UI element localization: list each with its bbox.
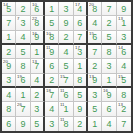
sudoku-cell-r5c5[interactable]: 5 [59, 59, 73, 73]
cell-value: 2 [49, 76, 54, 85]
sudoku-cell-r8c9[interactable]: 132 [117, 102, 131, 116]
cell-value: 7 [106, 5, 111, 14]
cell-value: 3 [34, 105, 39, 114]
sudoku-cell-r5c2[interactable]: 8 [16, 59, 30, 73]
cell-value: 9 [77, 105, 82, 114]
sudoku-cell-r4c3[interactable]: 1 [31, 45, 45, 59]
cage-sum-label: 22 [32, 16, 37, 20]
cage-sum-label: 10 [32, 2, 37, 6]
sudoku-cell-r3c3[interactable]: 169 [31, 31, 45, 45]
cage-sum-label: 11 [60, 88, 64, 92]
cell-value: 3 [63, 5, 68, 14]
sudoku-cell-r2c5[interactable]: 9 [59, 16, 73, 30]
sudoku-cell-r4c2[interactable]: 5 [16, 45, 30, 59]
cell-value: 2 [34, 91, 39, 100]
sudoku-cell-r8c8[interactable]: 6 [102, 102, 116, 116]
cell-value: 1 [49, 5, 54, 14]
cell-value: 8 [77, 76, 82, 85]
cage-sum-label: 17 [75, 45, 80, 49]
sudoku-cell-r3c4[interactable]: 108 [45, 31, 59, 45]
cell-value: 8 [34, 19, 39, 28]
sudoku-cell-r6c9[interactable]: 155 [117, 74, 131, 88]
cell-value: 9 [121, 5, 126, 14]
sudoku-cell-r1c4[interactable]: 1 [45, 2, 59, 16]
sudoku-cell-r2c1[interactable]: 7 [2, 16, 16, 30]
cage-sum-label: 14 [118, 45, 123, 49]
cell-value: 3 [92, 91, 97, 100]
cell-value: 2 [106, 19, 111, 28]
cell-value: 2 [121, 105, 126, 114]
cell-value: 1 [63, 105, 68, 114]
cell-value: 4 [49, 105, 54, 114]
sudoku-cell-r2c6[interactable]: 6 [74, 16, 88, 30]
sudoku-cell-r7c1[interactable]: 4 [2, 88, 16, 102]
sudoku-cell-r6c5[interactable]: 157 [59, 74, 73, 88]
cage-sum-label: 20 [3, 59, 8, 63]
sudoku-cell-r8c2[interactable]: 267 [16, 102, 30, 116]
sudoku-cell-r1c3[interactable]: 106 [31, 2, 45, 16]
sudoku-cell-r5c3[interactable]: 137 [31, 59, 45, 73]
cage-sum-label: 13 [89, 74, 94, 78]
cell-value: 5 [20, 48, 25, 57]
cell-value: 3 [49, 120, 54, 129]
sudoku-cell-r3c6[interactable]: 7 [74, 31, 88, 45]
sudoku-cell-r7c5[interactable]: 116 [59, 88, 73, 102]
cell-value: 3 [6, 76, 11, 85]
sudoku-cell-r8c3[interactable]: 3 [31, 102, 45, 116]
sudoku-cell-r4c4[interactable]: 119 [45, 45, 59, 59]
cell-value: 7 [77, 33, 82, 42]
sudoku-cell-r4c1[interactable]: 2 [2, 45, 16, 59]
cage-sum-label: 15 [118, 74, 123, 78]
sudoku-cell-r7c4[interactable]: 187 [45, 88, 59, 102]
sudoku-cell-r1c9[interactable]: 9 [117, 2, 131, 16]
sudoku-cell-r9c2[interactable]: 9 [16, 117, 30, 131]
cage-sum-label: 15 [60, 74, 65, 78]
sudoku-cell-r6c3[interactable]: 4 [31, 74, 45, 88]
sudoku-cell-r6c2[interactable]: 196 [16, 74, 30, 88]
sudoku-cell-r7c7[interactable]: 3 [88, 88, 102, 102]
cell-value: 4 [121, 62, 126, 71]
sudoku-cell-r2c4[interactable]: 5 [45, 16, 59, 30]
cell-value: 2 [63, 33, 68, 42]
cell-value: 9 [63, 19, 68, 28]
sudoku-cell-r9c1[interactable]: 6 [2, 117, 16, 131]
sudoku-cell-r6c6[interactable]: 8 [74, 74, 88, 88]
cage-sum-label: 16 [103, 88, 108, 92]
cell-value: 5 [34, 120, 39, 129]
cell-value: 7 [92, 48, 97, 57]
sudoku-cell-r7c2[interactable]: 1 [16, 88, 30, 102]
cell-value: 4 [106, 120, 111, 129]
sudoku-cell-r9c8[interactable]: 4 [102, 117, 116, 131]
cage-sum-label: 17 [75, 2, 80, 6]
sudoku-cell-r5c9[interactable]: 4 [117, 59, 131, 73]
sudoku-cell-r9c7[interactable]: 1 [88, 117, 102, 131]
cage-sum-label: 13 [32, 59, 37, 63]
cell-value: 6 [49, 62, 54, 71]
sudoku-cell-r1c7[interactable]: 208 [88, 2, 102, 16]
cell-value: 3 [121, 33, 126, 42]
cell-value: 5 [77, 91, 82, 100]
sudoku-cell-r3c5[interactable]: 2 [59, 31, 73, 45]
cell-value: 1 [6, 33, 11, 42]
sudoku-cell-r6c1[interactable]: 3 [2, 74, 16, 88]
cage-sum-label: 11 [60, 117, 64, 121]
cell-value: 8 [121, 91, 126, 100]
cell-value: 9 [20, 120, 25, 129]
cage-sum-label: 7 [17, 16, 19, 20]
cage-sum-label: 11 [60, 102, 64, 106]
sudoku-cell-r9c3[interactable]: 5 [31, 117, 45, 131]
cell-value: 5 [63, 62, 68, 71]
cage-sum-label: 20 [89, 2, 94, 6]
sudoku-cell-r4c5[interactable]: 4 [59, 45, 73, 59]
sudoku-cell-r2c9[interactable]: 131 [117, 16, 131, 30]
cell-value: 1 [106, 76, 111, 85]
sudoku-cell-r3c7[interactable]: 156 [88, 31, 102, 45]
sudoku-cell-r7c3[interactable]: 2 [31, 88, 45, 102]
sudoku-cell-r1c8[interactable]: 7 [102, 2, 116, 16]
sudoku-cell-r1c2[interactable]: 2 [16, 2, 30, 16]
cell-value: 2 [6, 48, 11, 57]
cell-value: 9 [6, 62, 11, 71]
cage-sum-label: 19 [17, 74, 22, 78]
cell-value: 1 [20, 91, 25, 100]
sudoku-cell-r5c8[interactable]: 3 [102, 59, 116, 73]
cage-sum-label: 14 [3, 2, 8, 6]
cell-value: 1 [92, 120, 97, 129]
sudoku-cell-r2c8[interactable]: 2 [102, 16, 116, 30]
cell-value: 4 [34, 76, 39, 85]
sudoku-cell-r8c5[interactable]: 111 [59, 102, 73, 116]
cell-value: 3 [106, 62, 111, 71]
sudoku-cell-r7c6[interactable]: 5 [74, 88, 88, 102]
cell-value: 4 [92, 19, 97, 28]
cage-sum-label: 16 [32, 31, 37, 35]
sudoku-cell-r5c6[interactable]: 1 [74, 59, 88, 73]
sudoku-cell-r1c5[interactable]: 3 [59, 2, 73, 16]
cage-sum-label: 11 [46, 45, 50, 49]
sudoku-cell-r9c5[interactable]: 118 [59, 117, 73, 131]
cage-sum-label: 10 [46, 31, 51, 35]
cell-value: 2 [92, 62, 97, 71]
sudoku-cell-r3c1[interactable]: 1 [2, 31, 16, 45]
cage-sum-label: 15 [89, 31, 94, 35]
cell-value: 3 [20, 19, 25, 28]
cell-value: 6 [6, 120, 11, 129]
sudoku-cell-r8c7[interactable]: 5 [88, 102, 102, 116]
cell-value: 7 [121, 120, 126, 129]
cell-value: 2 [20, 5, 25, 14]
sudoku-cell-r1c6[interactable]: 174 [74, 2, 88, 16]
sudoku-cell-r3c8[interactable]: 5 [102, 31, 116, 45]
cell-value: 7 [20, 105, 25, 114]
sudoku-cell-r2c7[interactable]: 4 [88, 16, 102, 30]
cell-value: 5 [92, 105, 97, 114]
sudoku-cell-r8c6[interactable]: 9 [74, 102, 88, 116]
sudoku-cell-r7c9[interactable]: 8 [117, 88, 131, 102]
cell-value: 8 [6, 105, 11, 114]
cage-sum-label: 13 [118, 102, 123, 106]
cell-value: 1 [77, 62, 82, 71]
sudoku-cell-r8c1[interactable]: 8 [2, 102, 16, 116]
cell-value: 5 [49, 19, 54, 28]
cell-value: 1 [121, 19, 126, 28]
sudoku-cell-r4c6[interactable]: 173 [74, 45, 88, 59]
sudoku-cell-r7c8[interactable]: 169 [102, 88, 116, 102]
sudoku-cell-r3c9[interactable]: 3 [117, 31, 131, 45]
sudoku-board: 1452106131742087977322859642131141691082… [0, 0, 133, 133]
sudoku-cell-r4c7[interactable]: 7 [88, 45, 102, 59]
cell-value: 7 [6, 19, 11, 28]
sudoku-cell-r1c1[interactable]: 145 [2, 2, 16, 16]
sudoku-cell-r4c9[interactable]: 146 [117, 45, 131, 59]
sudoku-cell-r8c4[interactable]: 4 [45, 102, 59, 116]
sudoku-cell-r2c2[interactable]: 73 [16, 16, 30, 30]
cage-sum-label: 26 [17, 102, 22, 106]
cell-value: 4 [63, 48, 68, 57]
sudoku-cell-r6c7[interactable]: 139 [88, 74, 102, 88]
sudoku-cell-r3c2[interactable]: 4 [16, 31, 30, 45]
sudoku-cell-r5c4[interactable]: 6 [45, 59, 59, 73]
sudoku-cell-r4c8[interactable]: 8 [102, 45, 116, 59]
cell-value: 5 [106, 33, 111, 42]
sudoku-cell-r9c9[interactable]: 7 [117, 117, 131, 131]
cell-value: 6 [106, 105, 111, 114]
sudoku-cell-r9c4[interactable]: 3 [45, 117, 59, 131]
cell-value: 4 [6, 91, 11, 100]
sudoku-cell-r9c6[interactable]: 2 [74, 117, 88, 131]
cell-value: 7 [34, 62, 39, 71]
cell-value: 4 [20, 33, 25, 42]
cell-value: 1 [34, 48, 39, 57]
sudoku-cell-r5c7[interactable]: 2 [88, 59, 102, 73]
cell-value: 2 [77, 120, 82, 129]
cage-sum-label: 13 [118, 16, 123, 20]
cage-sum-label: 18 [46, 88, 51, 92]
cell-value: 8 [106, 48, 111, 57]
sudoku-cell-r2c3[interactable]: 228 [31, 16, 45, 30]
sudoku-cell-r6c4[interactable]: 2 [45, 74, 59, 88]
cell-value: 6 [77, 19, 82, 28]
cell-value: 8 [20, 62, 25, 71]
sudoku-cell-r6c8[interactable]: 1 [102, 74, 116, 88]
sudoku-cell-r5c1[interactable]: 209 [2, 59, 16, 73]
